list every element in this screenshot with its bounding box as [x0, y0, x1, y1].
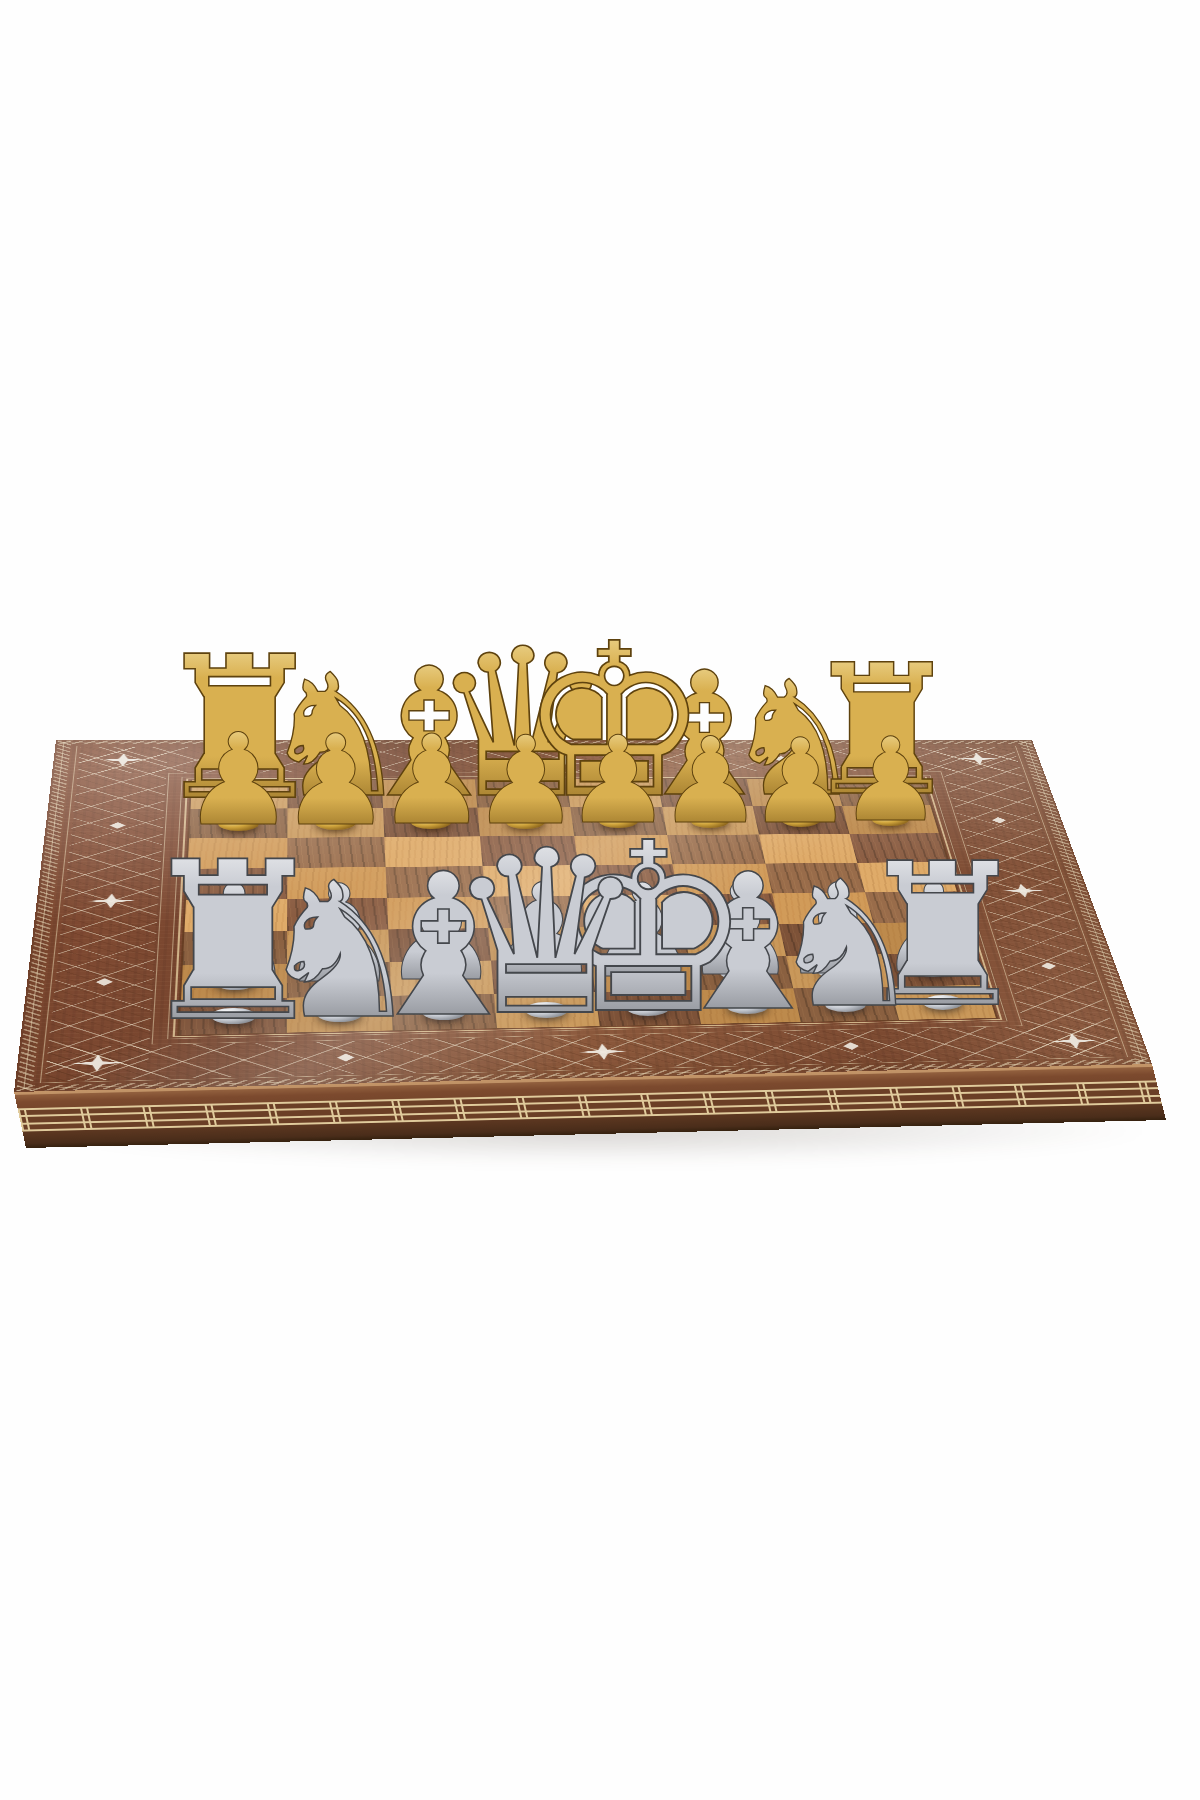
square-d4 [485, 896, 586, 929]
square-f1 [695, 988, 801, 1024]
square-h5 [857, 862, 957, 892]
border-hatch-top [57, 741, 1032, 745]
square-f3 [683, 924, 786, 957]
square-f8 [657, 779, 753, 807]
square-d3 [488, 927, 591, 961]
square-e3 [586, 925, 689, 958]
square-h1 [890, 985, 996, 1020]
square-a1 [179, 998, 287, 1035]
product-photo-scene: ♜♞♝♛♚♝♞♜♟♟♟♟♟♟♟♟♟♟♟♟♟♟♟♟♜♞♝♛♚♝♞♜ [0, 0, 1200, 1800]
square-a2 [181, 964, 287, 1000]
square-c1 [391, 994, 497, 1031]
square-g8 [746, 778, 841, 806]
square-e7 [570, 807, 667, 836]
square-b1 [287, 996, 393, 1033]
square-c2 [390, 961, 494, 996]
square-a3 [183, 931, 287, 966]
square-g2 [786, 954, 890, 988]
square-b3 [287, 929, 390, 963]
square-f5 [672, 864, 772, 895]
square-f2 [689, 956, 793, 990]
square-e1 [595, 990, 701, 1026]
square-e6 [574, 835, 672, 865]
square-f4 [678, 893, 779, 925]
checkerboard [179, 778, 996, 1035]
square-h8 [835, 778, 930, 806]
square-f7 [662, 806, 759, 835]
diamond-lattice-band-top [77, 747, 1021, 773]
square-g1 [793, 987, 899, 1022]
square-c4 [387, 897, 488, 930]
square-a5 [186, 868, 287, 900]
square-d8 [475, 779, 571, 807]
chess-board [14, 740, 1152, 1092]
square-d7 [477, 807, 574, 836]
square-d1 [494, 992, 600, 1028]
square-g6 [759, 834, 857, 864]
square-e4 [582, 895, 683, 927]
square-a7 [189, 808, 287, 838]
square-b6 [287, 837, 385, 868]
square-g5 [765, 863, 865, 894]
square-e2 [591, 957, 695, 992]
square-c5 [386, 866, 486, 898]
square-f6 [667, 834, 765, 864]
square-b8 [287, 780, 383, 809]
square-b7 [287, 808, 384, 838]
square-d6 [480, 836, 578, 866]
square-h3 [873, 922, 976, 955]
square-a8 [191, 780, 288, 809]
square-c8 [382, 779, 477, 808]
square-g7 [753, 806, 850, 835]
square-a6 [188, 838, 288, 869]
square-d2 [491, 959, 595, 994]
square-d5 [483, 865, 583, 896]
square-h4 [865, 891, 966, 923]
square-c6 [384, 836, 482, 867]
square-c7 [383, 808, 480, 838]
square-h7 [842, 805, 939, 834]
square-b5 [287, 867, 387, 899]
square-e8 [567, 779, 663, 807]
square-h6 [849, 833, 947, 862]
square-e5 [578, 864, 678, 895]
square-a4 [184, 899, 287, 932]
square-b2 [287, 962, 391, 998]
square-h2 [882, 953, 986, 987]
square-b4 [287, 898, 388, 931]
square-c3 [388, 928, 491, 962]
square-g3 [779, 923, 882, 956]
square-g4 [772, 892, 873, 924]
